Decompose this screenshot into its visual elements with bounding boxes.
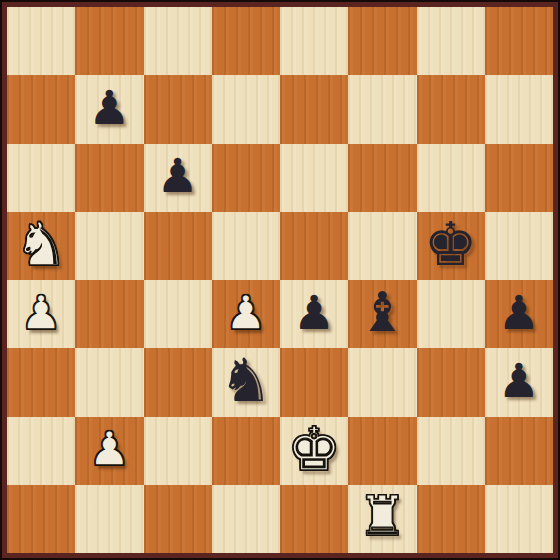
black-pawn-piece: ♟ bbox=[88, 84, 130, 131]
square-f1[interactable]: ♜ bbox=[348, 485, 416, 553]
square-c3[interactable] bbox=[144, 348, 212, 416]
black-pawn-piece: ♟ bbox=[157, 152, 199, 199]
white-rook-piece: ♜ bbox=[358, 489, 407, 544]
square-d4[interactable]: ♟ bbox=[212, 280, 280, 348]
black-pawn-piece: ♟ bbox=[293, 289, 335, 336]
square-g6[interactable] bbox=[417, 144, 485, 212]
square-c8[interactable] bbox=[144, 7, 212, 75]
square-b2[interactable]: ♟ bbox=[75, 417, 143, 485]
square-b7[interactable]: ♟ bbox=[75, 75, 143, 143]
square-d2[interactable] bbox=[212, 417, 280, 485]
square-h1[interactable] bbox=[485, 485, 553, 553]
black-knight-piece: ♞ bbox=[219, 350, 273, 410]
white-knight-piece: ♞ bbox=[14, 214, 68, 274]
square-g1[interactable] bbox=[417, 485, 485, 553]
square-a2[interactable] bbox=[7, 417, 75, 485]
square-d5[interactable] bbox=[212, 212, 280, 280]
square-h3[interactable]: ♟ bbox=[485, 348, 553, 416]
square-e7[interactable] bbox=[280, 75, 348, 143]
square-g3[interactable] bbox=[417, 348, 485, 416]
square-b3[interactable] bbox=[75, 348, 143, 416]
square-h6[interactable] bbox=[485, 144, 553, 212]
square-b8[interactable] bbox=[75, 7, 143, 75]
black-king-piece: ♚ bbox=[424, 214, 478, 274]
square-f5[interactable] bbox=[348, 212, 416, 280]
square-a8[interactable] bbox=[7, 7, 75, 75]
square-d3[interactable]: ♞ bbox=[212, 348, 280, 416]
square-a3[interactable] bbox=[7, 348, 75, 416]
square-f2[interactable] bbox=[348, 417, 416, 485]
white-pawn-piece: ♟ bbox=[88, 425, 130, 472]
square-e1[interactable] bbox=[280, 485, 348, 553]
square-h4[interactable]: ♟ bbox=[485, 280, 553, 348]
square-c2[interactable] bbox=[144, 417, 212, 485]
square-b4[interactable] bbox=[75, 280, 143, 348]
square-b6[interactable] bbox=[75, 144, 143, 212]
white-pawn-piece: ♟ bbox=[225, 289, 267, 336]
chess-board-frame: ♟♟♞♚♟♟♟♝♟♞♟♟♚♜ bbox=[0, 0, 560, 560]
square-f6[interactable] bbox=[348, 144, 416, 212]
square-a4[interactable]: ♟ bbox=[7, 280, 75, 348]
square-c1[interactable] bbox=[144, 485, 212, 553]
square-d1[interactable] bbox=[212, 485, 280, 553]
square-h2[interactable] bbox=[485, 417, 553, 485]
square-f4[interactable]: ♝ bbox=[348, 280, 416, 348]
black-pawn-piece: ♟ bbox=[498, 357, 540, 404]
square-g8[interactable] bbox=[417, 7, 485, 75]
square-b1[interactable] bbox=[75, 485, 143, 553]
square-b5[interactable] bbox=[75, 212, 143, 280]
square-g2[interactable] bbox=[417, 417, 485, 485]
chess-board: ♟♟♞♚♟♟♟♝♟♞♟♟♚♜ bbox=[7, 7, 553, 553]
white-king-piece: ♚ bbox=[287, 419, 341, 479]
square-a1[interactable] bbox=[7, 485, 75, 553]
square-e2[interactable]: ♚ bbox=[280, 417, 348, 485]
square-e4[interactable]: ♟ bbox=[280, 280, 348, 348]
square-c7[interactable] bbox=[144, 75, 212, 143]
square-g7[interactable] bbox=[417, 75, 485, 143]
square-a7[interactable] bbox=[7, 75, 75, 143]
square-h7[interactable] bbox=[485, 75, 553, 143]
square-c4[interactable] bbox=[144, 280, 212, 348]
square-d6[interactable] bbox=[212, 144, 280, 212]
square-g4[interactable] bbox=[417, 280, 485, 348]
white-pawn-piece: ♟ bbox=[20, 289, 62, 336]
square-f3[interactable] bbox=[348, 348, 416, 416]
square-d8[interactable] bbox=[212, 7, 280, 75]
black-bishop-piece: ♝ bbox=[358, 285, 407, 340]
square-f8[interactable] bbox=[348, 7, 416, 75]
square-a6[interactable] bbox=[7, 144, 75, 212]
square-f7[interactable] bbox=[348, 75, 416, 143]
square-h8[interactable] bbox=[485, 7, 553, 75]
square-e8[interactable] bbox=[280, 7, 348, 75]
square-c5[interactable] bbox=[144, 212, 212, 280]
square-e5[interactable] bbox=[280, 212, 348, 280]
square-g5[interactable]: ♚ bbox=[417, 212, 485, 280]
square-d7[interactable] bbox=[212, 75, 280, 143]
black-pawn-piece: ♟ bbox=[498, 289, 540, 336]
square-h5[interactable] bbox=[485, 212, 553, 280]
square-e6[interactable] bbox=[280, 144, 348, 212]
square-a5[interactable]: ♞ bbox=[7, 212, 75, 280]
square-c6[interactable]: ♟ bbox=[144, 144, 212, 212]
square-e3[interactable] bbox=[280, 348, 348, 416]
